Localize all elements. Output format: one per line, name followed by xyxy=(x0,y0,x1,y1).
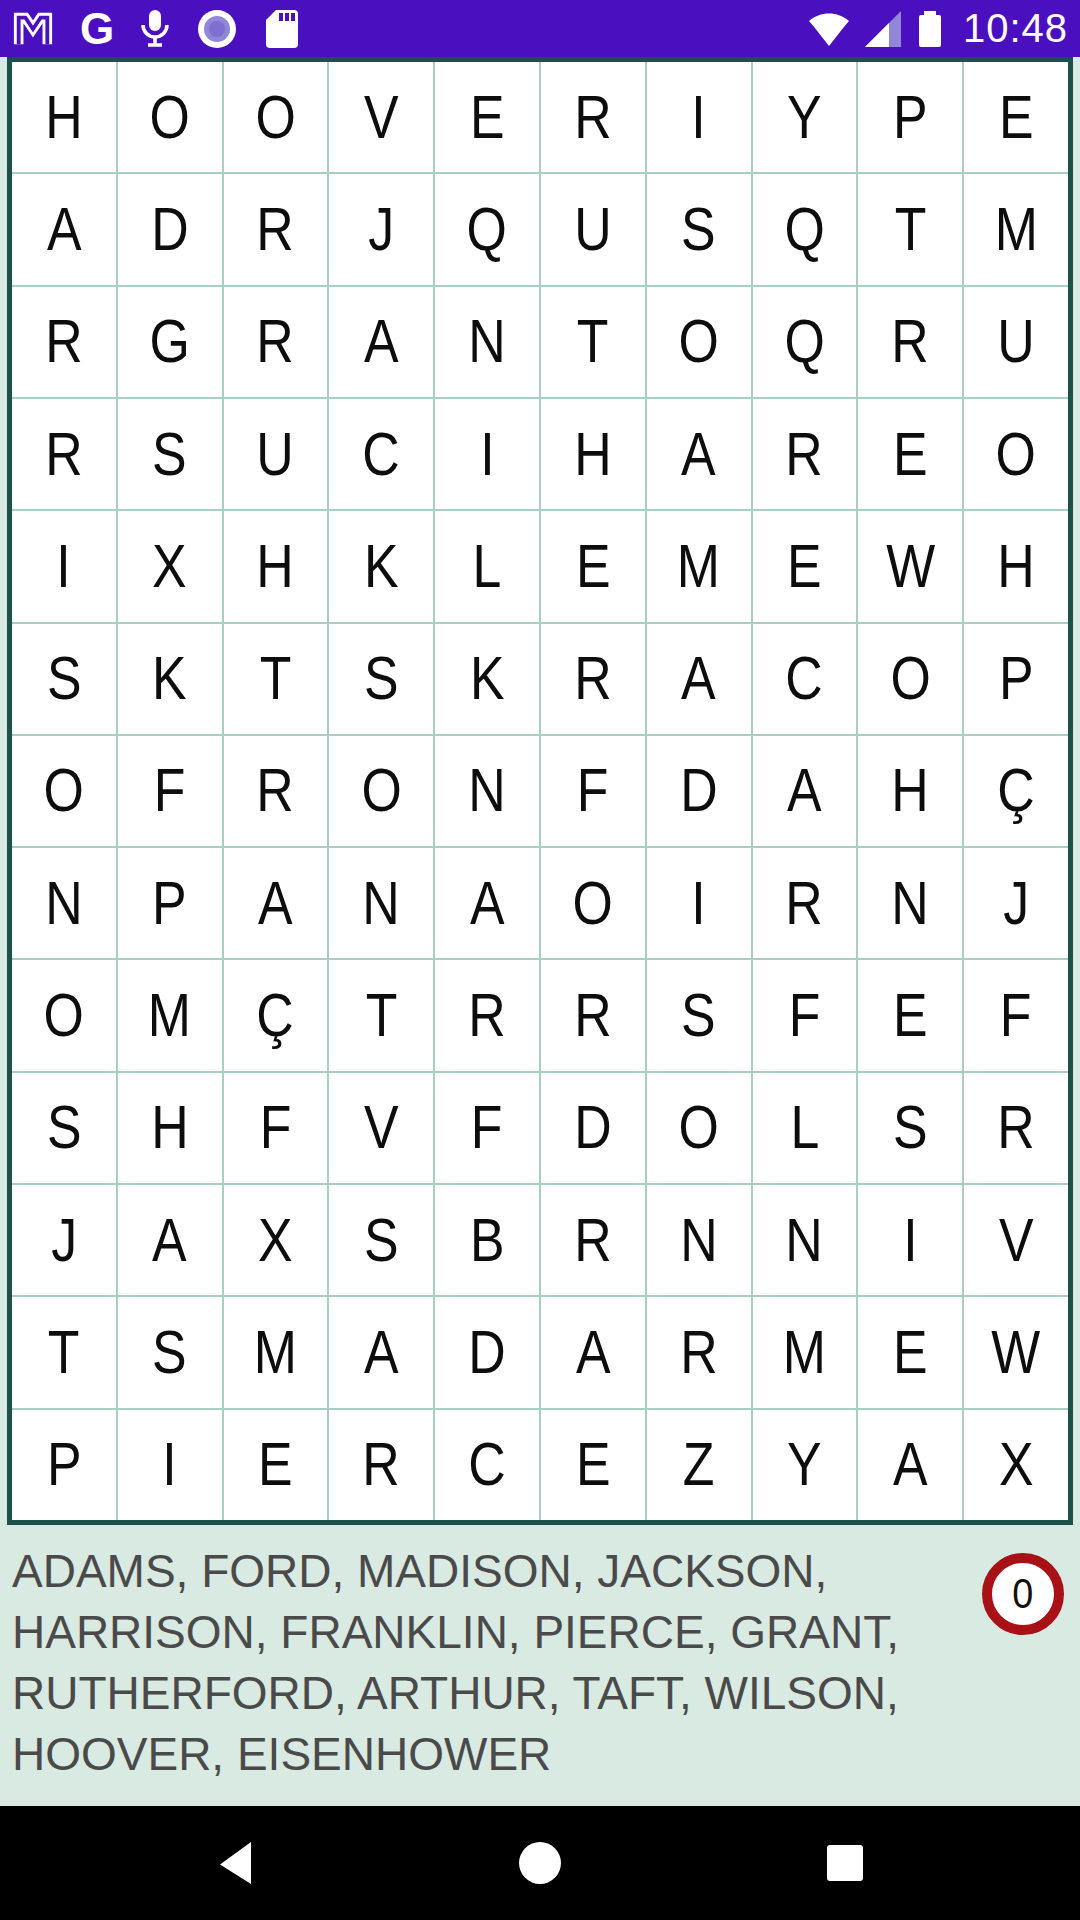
grid-cell-r7c10[interactable]: Ç xyxy=(964,736,1068,846)
grid-cell-r9c9[interactable]: E xyxy=(858,960,962,1070)
cell-letter: E xyxy=(893,985,928,1046)
grid-cell-r10c1[interactable]: S xyxy=(12,1073,116,1183)
cell-letter: I xyxy=(691,873,705,934)
grid-cell-r13c10[interactable]: X xyxy=(964,1410,1068,1520)
cell-letter: D xyxy=(468,1322,505,1383)
found-count-badge: 0 xyxy=(982,1553,1064,1635)
sd-card-icon xyxy=(264,8,300,50)
grid-cell-r10c7[interactable]: O xyxy=(647,1073,751,1183)
cell-letter: N xyxy=(892,873,929,934)
cell-letter: O xyxy=(679,311,719,372)
grid-cell-r13c2[interactable]: I xyxy=(118,1410,222,1520)
cell-letter: O xyxy=(361,760,401,821)
grid-cell-r9c7[interactable]: S xyxy=(647,960,751,1070)
cell-letter: N xyxy=(468,760,505,821)
grid-cell-r3c3[interactable]: R xyxy=(224,287,328,397)
cell-letter: I xyxy=(162,1434,176,1495)
grid-cell-r6c3[interactable]: T xyxy=(224,624,328,734)
grid-cell-r12c6[interactable]: A xyxy=(541,1297,645,1407)
grid-cell-r7c2[interactable]: F xyxy=(118,736,222,846)
grid-cell-r11c1[interactable]: J xyxy=(12,1185,116,1295)
cell-letter: P xyxy=(999,648,1034,709)
grid-cell-r13c1[interactable]: P xyxy=(12,1410,116,1520)
cell-letter: R xyxy=(257,199,294,260)
mic-icon xyxy=(140,8,170,50)
grid-cell-r4c10[interactable]: O xyxy=(964,399,1068,509)
grid-cell-r10c9[interactable]: S xyxy=(858,1073,962,1183)
grid-cell-r4c2[interactable]: S xyxy=(118,399,222,509)
grid-cell-r8c7[interactable]: I xyxy=(647,848,751,958)
grid-cell-r12c2[interactable]: S xyxy=(118,1297,222,1407)
cell-letter: Y xyxy=(787,1434,822,1495)
grid-cell-r6c5[interactable]: K xyxy=(435,624,539,734)
grid-cell-r12c9[interactable]: E xyxy=(858,1297,962,1407)
cell-letter: Q xyxy=(467,199,507,260)
cell-letter: R xyxy=(680,1322,717,1383)
word-list-line: HARRISON, FRANKLIN, PIERCE, GRANT, xyxy=(12,1602,1080,1663)
cell-letter: H xyxy=(45,87,82,148)
cell-letter: E xyxy=(576,1434,611,1495)
grid-cell-r12c10[interactable]: W xyxy=(964,1297,1068,1407)
cell-letter: A xyxy=(152,1210,187,1271)
grid-cell-r6c1[interactable]: S xyxy=(12,624,116,734)
grid-cell-r8c2[interactable]: P xyxy=(118,848,222,958)
grid-cell-r5c10[interactable]: H xyxy=(964,511,1068,621)
grid-cell-r7c1[interactable]: O xyxy=(12,736,116,846)
cell-letter: S xyxy=(681,985,716,1046)
cell-letter: Ç xyxy=(257,985,294,1046)
cell-letter: M xyxy=(148,985,191,1046)
cell-letter: I xyxy=(903,1210,917,1271)
grid-cell-r13c9[interactable]: A xyxy=(858,1410,962,1520)
grid-cell-r4c3[interactable]: U xyxy=(224,399,328,509)
grid-cell-r10c4[interactable]: V xyxy=(329,1073,433,1183)
grid-cell-r11c7[interactable]: N xyxy=(647,1185,751,1295)
grid-cell-r9c2[interactable]: M xyxy=(118,960,222,1070)
cell-letter: S xyxy=(47,1097,82,1158)
cell-letter: L xyxy=(473,536,502,597)
cell-letter: R xyxy=(574,1210,611,1271)
android-nav-bar xyxy=(0,1806,1080,1920)
cell-letter: H xyxy=(151,1097,188,1158)
grid-cell-r13c4[interactable]: R xyxy=(329,1410,433,1520)
grid-cell-r1c7[interactable]: I xyxy=(647,62,751,172)
grid-cell-r8c6[interactable]: O xyxy=(541,848,645,958)
grid-cell-r11c3[interactable]: X xyxy=(224,1185,328,1295)
cell-letter: W xyxy=(992,1322,1041,1383)
cell-letter: I xyxy=(57,536,71,597)
grid-cell-r4c7[interactable]: A xyxy=(647,399,751,509)
word-list-panel: ADAMS, FORD, MADISON, JACKSON, HARRISON,… xyxy=(0,1525,1080,1806)
cell-letter: R xyxy=(997,1097,1034,1158)
cell-letter: P xyxy=(47,1434,82,1495)
grid-cell-r9c8[interactable]: F xyxy=(753,960,857,1070)
cell-letter: R xyxy=(257,311,294,372)
cell-letter: M xyxy=(677,536,720,597)
grid-cell-r13c3[interactable]: E xyxy=(224,1410,328,1520)
cell-letter: K xyxy=(364,536,399,597)
grid-cell-r10c8[interactable]: L xyxy=(753,1073,857,1183)
cell-letter: K xyxy=(152,648,187,709)
grid-cell-r6c9[interactable]: O xyxy=(858,624,962,734)
cell-letter: E xyxy=(893,1322,928,1383)
cell-letter: S xyxy=(893,1097,928,1158)
grid-cell-r6c2[interactable]: K xyxy=(118,624,222,734)
cell-letter: X xyxy=(152,536,187,597)
grid-cell-r2c9[interactable]: T xyxy=(858,174,962,284)
grid-cell-r8c4[interactable]: N xyxy=(329,848,433,958)
cell-letter: A xyxy=(893,1434,928,1495)
cell-letter: T xyxy=(365,985,397,1046)
grid-cell-r2c4[interactable]: J xyxy=(329,174,433,284)
grid-cell-r2c10[interactable]: M xyxy=(964,174,1068,284)
cell-letter: B xyxy=(470,1210,505,1271)
word-search-board: HOOVERIYPEADRJQUSQTMRGRANTOQRURSUCIHAREO… xyxy=(7,57,1073,1525)
grid-cell-r7c4[interactable]: O xyxy=(329,736,433,846)
cell-letter: R xyxy=(45,424,82,485)
cell-letter: O xyxy=(44,760,84,821)
grid-cell-r10c5[interactable]: F xyxy=(435,1073,539,1183)
home-button[interactable] xyxy=(510,1833,570,1893)
cell-letter: V xyxy=(364,1097,399,1158)
cell-letter: A xyxy=(576,1322,611,1383)
cell-letter: E xyxy=(999,87,1034,148)
cell-letter: H xyxy=(257,536,294,597)
grid-cell-r4c5[interactable]: I xyxy=(435,399,539,509)
grid-cell-r12c4[interactable]: A xyxy=(329,1297,433,1407)
grid-cell-r7c7[interactable]: D xyxy=(647,736,751,846)
grid-cell-r3c1[interactable]: R xyxy=(12,287,116,397)
grid-cell-r13c7[interactable]: Z xyxy=(647,1410,751,1520)
cell-letter: Y xyxy=(787,87,822,148)
cell-letter: S xyxy=(364,648,399,709)
cell-letter: C xyxy=(786,648,823,709)
cell-letter: H xyxy=(574,424,611,485)
grid-cell-r5c5[interactable]: L xyxy=(435,511,539,621)
grid-cell-r6c6[interactable]: R xyxy=(541,624,645,734)
grid-cell-r13c8[interactable]: Y xyxy=(753,1410,857,1520)
cell-letter: J xyxy=(368,199,394,260)
cell-letter: H xyxy=(997,536,1034,597)
grid-cell-r9c1[interactable]: O xyxy=(12,960,116,1070)
cell-letter: T xyxy=(48,1322,80,1383)
cell-letter: A xyxy=(681,424,716,485)
grid-cell-r9c5[interactable]: R xyxy=(435,960,539,1070)
grid-cell-r1c8[interactable]: Y xyxy=(753,62,857,172)
grid-cell-r3c8[interactable]: Q xyxy=(753,287,857,397)
cell-letter: T xyxy=(577,311,609,372)
grid-cell-r5c9[interactable]: W xyxy=(858,511,962,621)
status-bar-notification-icons: G xyxy=(12,7,300,51)
cell-letter: E xyxy=(258,1434,293,1495)
found-count-value: 0 xyxy=(1012,1570,1033,1618)
grid-cell-r6c7[interactable]: A xyxy=(647,624,751,734)
cell-letter: J xyxy=(51,1210,77,1271)
grid-cell-r11c4[interactable]: S xyxy=(329,1185,433,1295)
grid-cell-r12c1[interactable]: T xyxy=(12,1297,116,1407)
cell-letter: M xyxy=(254,1322,297,1383)
grid-cell-r4c6[interactable]: H xyxy=(541,399,645,509)
cell-signal-icon xyxy=(863,9,903,49)
cell-letter: A xyxy=(47,199,82,260)
screen-record-icon xyxy=(196,8,238,50)
cell-letter: M xyxy=(783,1322,826,1383)
grid-cell-r1c6[interactable]: R xyxy=(541,62,645,172)
word-list-line: ADAMS, FORD, MADISON, JACKSON, xyxy=(12,1541,1080,1602)
cell-letter: K xyxy=(470,648,505,709)
cell-letter: L xyxy=(790,1097,819,1158)
grid-cell-r13c5[interactable]: C xyxy=(435,1410,539,1520)
grid-cell-r2c3[interactable]: R xyxy=(224,174,328,284)
cell-letter: S xyxy=(364,1210,399,1271)
cell-letter: F xyxy=(789,985,821,1046)
cell-letter: A xyxy=(681,648,716,709)
cell-letter: M xyxy=(994,199,1037,260)
grid-cell-r1c5[interactable]: E xyxy=(435,62,539,172)
grid-cell-r10c2[interactable]: H xyxy=(118,1073,222,1183)
grid-cell-r1c9[interactable]: P xyxy=(858,62,962,172)
grid-cell-r5c4[interactable]: K xyxy=(329,511,433,621)
cell-letter: N xyxy=(468,311,505,372)
cell-letter: R xyxy=(574,985,611,1046)
cell-letter: A xyxy=(470,873,505,934)
cell-letter: V xyxy=(364,87,399,148)
word-list-line: HOOVER, EISENHOWER xyxy=(12,1724,1080,1785)
grid-cell-r3c10[interactable]: U xyxy=(964,287,1068,397)
cell-letter: F xyxy=(154,760,186,821)
grid-cell-r12c5[interactable]: D xyxy=(435,1297,539,1407)
grid-cell-r8c10[interactable]: J xyxy=(964,848,1068,958)
grid-cell-r4c1[interactable]: R xyxy=(12,399,116,509)
cell-letter: R xyxy=(574,648,611,709)
status-bar-system-icons: 10:48 xyxy=(807,6,1068,51)
cell-letter: D xyxy=(574,1097,611,1158)
grid-cell-r1c3[interactable]: O xyxy=(224,62,328,172)
grid-cell-r1c1[interactable]: H xyxy=(12,62,116,172)
grid-cell-r13c6[interactable]: E xyxy=(541,1410,645,1520)
grid-cell-r5c2[interactable]: X xyxy=(118,511,222,621)
cell-letter: S xyxy=(681,199,716,260)
grid-cell-r10c10[interactable]: R xyxy=(964,1073,1068,1183)
cell-letter: J xyxy=(1003,873,1029,934)
google-icon: G xyxy=(80,7,114,51)
cell-letter: Ç xyxy=(997,760,1034,821)
cell-letter: S xyxy=(47,648,82,709)
grid-cell-r2c8[interactable]: Q xyxy=(753,174,857,284)
grid-cell-r11c8[interactable]: N xyxy=(753,1185,857,1295)
cell-letter: E xyxy=(787,536,822,597)
grid-cell-r9c10[interactable]: F xyxy=(964,960,1068,1070)
cell-letter: T xyxy=(894,199,926,260)
grid-cell-r11c6[interactable]: R xyxy=(541,1185,645,1295)
cell-letter: O xyxy=(890,648,930,709)
cell-letter: I xyxy=(691,87,705,148)
grid-cell-r2c2[interactable]: D xyxy=(118,174,222,284)
grid-cell-r3c4[interactable]: A xyxy=(329,287,433,397)
cell-letter: N xyxy=(680,1210,717,1271)
grid-cell-r7c9[interactable]: H xyxy=(858,736,962,846)
cell-letter: G xyxy=(150,311,190,372)
cell-letter: P xyxy=(893,87,928,148)
grid-cell-r12c3[interactable]: M xyxy=(224,1297,328,1407)
grid-cell-r3c2[interactable]: G xyxy=(118,287,222,397)
grid-cell-r5c6[interactable]: E xyxy=(541,511,645,621)
cell-letter: A xyxy=(787,760,822,821)
cell-letter: X xyxy=(999,1434,1034,1495)
grid-cell-r8c8[interactable]: R xyxy=(753,848,857,958)
grid-cell-r8c5[interactable]: A xyxy=(435,848,539,958)
grid-cell-r11c9[interactable]: I xyxy=(858,1185,962,1295)
cell-letter: P xyxy=(152,873,187,934)
cell-letter: F xyxy=(471,1097,503,1158)
cell-letter: N xyxy=(363,873,400,934)
status-bar: G xyxy=(0,0,1080,57)
cell-letter: O xyxy=(679,1097,719,1158)
grid-cell-r10c6[interactable]: D xyxy=(541,1073,645,1183)
grid-cell-r3c7[interactable]: O xyxy=(647,287,751,397)
cell-letter: D xyxy=(680,760,717,821)
gmail-icon xyxy=(12,8,54,50)
home-icon xyxy=(517,1840,563,1886)
grid-cell-r3c9[interactable]: R xyxy=(858,287,962,397)
cell-letter: O xyxy=(573,873,613,934)
grid-cell-r6c4[interactable]: S xyxy=(329,624,433,734)
back-button[interactable] xyxy=(205,1833,265,1893)
grid-cell-r11c10[interactable]: V xyxy=(964,1185,1068,1295)
grid-cell-r6c10[interactable]: P xyxy=(964,624,1068,734)
cell-letter: X xyxy=(258,1210,293,1271)
grid-cell-r2c5[interactable]: Q xyxy=(435,174,539,284)
grid-cell-r9c4[interactable]: T xyxy=(329,960,433,1070)
grid-cell-r12c8[interactable]: M xyxy=(753,1297,857,1407)
battery-icon xyxy=(915,8,945,50)
grid-cell-r5c8[interactable]: E xyxy=(753,511,857,621)
grid-cell-r6c8[interactable]: C xyxy=(753,624,857,734)
cell-letter: Q xyxy=(784,199,824,260)
cell-letter: R xyxy=(892,311,929,372)
grid-cell-r9c3[interactable]: Ç xyxy=(224,960,328,1070)
cell-letter: H xyxy=(892,760,929,821)
cell-letter: R xyxy=(257,760,294,821)
cell-letter: R xyxy=(363,1434,400,1495)
recents-button[interactable] xyxy=(815,1833,875,1893)
cell-letter: S xyxy=(152,1322,187,1383)
cell-letter: U xyxy=(574,199,611,260)
grid-cell-r5c3[interactable]: H xyxy=(224,511,328,621)
grid-cell-r9c6[interactable]: R xyxy=(541,960,645,1070)
cell-letter: A xyxy=(364,1322,399,1383)
cell-letter: E xyxy=(576,536,611,597)
grid-cell-r1c4[interactable]: V xyxy=(329,62,433,172)
cell-letter: T xyxy=(260,648,292,709)
grid-cell-r4c8[interactable]: R xyxy=(753,399,857,509)
cell-letter: R xyxy=(786,873,823,934)
grid-cell-r7c5[interactable]: N xyxy=(435,736,539,846)
grid-cell-r2c6[interactable]: U xyxy=(541,174,645,284)
word-list-line: RUTHERFORD, ARTHUR, TAFT, WILSON, xyxy=(12,1663,1080,1724)
cell-letter: O xyxy=(44,985,84,1046)
cell-letter: A xyxy=(364,311,399,372)
cell-letter: U xyxy=(997,311,1034,372)
cell-letter: F xyxy=(1000,985,1032,1046)
cell-letter: N xyxy=(45,873,82,934)
cell-letter: C xyxy=(468,1434,505,1495)
grid-cell-r8c3[interactable]: A xyxy=(224,848,328,958)
cell-letter: Q xyxy=(784,311,824,372)
grid-cell-r5c1[interactable]: I xyxy=(12,511,116,621)
cell-letter: Z xyxy=(683,1434,715,1495)
cell-letter: O xyxy=(150,87,190,148)
cell-letter: O xyxy=(996,424,1036,485)
grid-cell-r2c1[interactable]: A xyxy=(12,174,116,284)
cell-letter: I xyxy=(480,424,494,485)
cell-letter: N xyxy=(786,1210,823,1271)
grid-cell-r4c9[interactable]: E xyxy=(858,399,962,509)
grid-cell-r8c9[interactable]: N xyxy=(858,848,962,958)
grid-cell-r3c6[interactable]: T xyxy=(541,287,645,397)
grid-cell-r11c5[interactable]: B xyxy=(435,1185,539,1295)
wifi-icon xyxy=(807,10,851,48)
grid-cell-r5c7[interactable]: M xyxy=(647,511,751,621)
cell-letter: R xyxy=(574,87,611,148)
clock: 10:48 xyxy=(963,6,1068,51)
cell-letter: U xyxy=(257,424,294,485)
grid-cell-r7c3[interactable]: R xyxy=(224,736,328,846)
cell-letter: S xyxy=(152,424,187,485)
grid-cell-r8c1[interactable]: N xyxy=(12,848,116,958)
cell-letter: F xyxy=(577,760,609,821)
cell-letter: C xyxy=(363,424,400,485)
grid-cell-r7c8[interactable]: A xyxy=(753,736,857,846)
cell-letter: E xyxy=(893,424,928,485)
cell-letter: D xyxy=(151,199,188,260)
cell-letter: O xyxy=(255,87,295,148)
grid-cell-r3c5[interactable]: N xyxy=(435,287,539,397)
grid-cell-r2c7[interactable]: S xyxy=(647,174,751,284)
grid-cell-r1c10[interactable]: E xyxy=(964,62,1068,172)
grid-cell-r12c7[interactable]: R xyxy=(647,1297,751,1407)
word-search-app-screen: G xyxy=(0,0,1080,1920)
cell-letter: V xyxy=(999,1210,1034,1271)
recents-icon xyxy=(825,1843,865,1883)
cell-letter: W xyxy=(886,536,935,597)
cell-letter: R xyxy=(45,311,82,372)
grid-cell-r10c3[interactable]: F xyxy=(224,1073,328,1183)
grid-cell-r4c4[interactable]: C xyxy=(329,399,433,509)
cell-letter: F xyxy=(260,1097,292,1158)
grid-cell-r7c6[interactable]: F xyxy=(541,736,645,846)
grid-cell-r1c2[interactable]: O xyxy=(118,62,222,172)
cell-letter: R xyxy=(786,424,823,485)
cell-letter: A xyxy=(258,873,293,934)
cell-letter: R xyxy=(468,985,505,1046)
grid-cell-r11c2[interactable]: A xyxy=(118,1185,222,1295)
back-icon xyxy=(217,1840,253,1886)
cell-letter: E xyxy=(470,87,505,148)
